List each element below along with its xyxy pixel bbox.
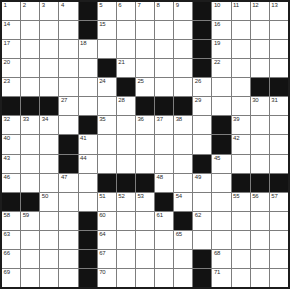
white-cell-r5c12[interactable] xyxy=(212,78,230,96)
clue-number-58: 58 xyxy=(4,212,10,219)
white-cell-r1c2[interactable]: 2 xyxy=(21,2,39,20)
black-cell-r6c1 xyxy=(2,97,20,115)
clue-number-61: 61 xyxy=(157,212,163,219)
white-cell-r11c12[interactable] xyxy=(212,193,230,211)
white-cell-r8c5[interactable]: 41 xyxy=(79,135,97,153)
clue-number-66: 66 xyxy=(4,250,10,257)
white-cell-r8c8[interactable] xyxy=(136,135,154,153)
white-cell-r15c13[interactable] xyxy=(232,269,250,287)
white-cell-r8c14[interactable] xyxy=(251,135,269,153)
clue-number-23: 23 xyxy=(4,78,10,85)
white-cell-r1c6[interactable]: 5 xyxy=(98,2,116,20)
white-cell-r13c12[interactable] xyxy=(212,231,230,249)
clue-number-42: 42 xyxy=(233,135,239,142)
white-cell-r5c2[interactable] xyxy=(21,78,39,96)
black-cell-r12c10 xyxy=(174,212,192,230)
white-cell-r7c13[interactable]: 39 xyxy=(232,116,250,134)
clue-number-11: 11 xyxy=(233,2,239,9)
clue-number-17: 17 xyxy=(4,40,10,47)
white-cell-r3c4[interactable] xyxy=(59,40,77,58)
clue-number-52: 52 xyxy=(118,193,124,200)
clue-number-2: 2 xyxy=(23,2,26,9)
white-cell-r15c10[interactable] xyxy=(174,269,192,287)
white-cell-r9c6[interactable] xyxy=(98,155,116,173)
white-cell-r3c9[interactable] xyxy=(155,40,173,58)
white-cell-r2c7[interactable] xyxy=(117,21,135,39)
white-cell-r1c9[interactable]: 8 xyxy=(155,2,173,20)
white-cell-r8c11[interactable] xyxy=(193,135,211,153)
white-cell-r2c14[interactable] xyxy=(251,21,269,39)
white-cell-r6c14[interactable]: 30 xyxy=(251,97,269,115)
clue-number-38: 38 xyxy=(176,116,182,123)
black-cell-r6c8 xyxy=(136,97,154,115)
white-cell-r13c13[interactable] xyxy=(232,231,250,249)
white-cell-r1c13[interactable]: 11 xyxy=(232,2,250,20)
white-cell-r8c9[interactable] xyxy=(155,135,173,153)
white-cell-r6c7[interactable]: 28 xyxy=(117,97,135,115)
white-cell-r9c2[interactable] xyxy=(21,155,39,173)
clue-number-1: 1 xyxy=(4,2,7,9)
white-cell-r3c7[interactable] xyxy=(117,40,135,58)
white-cell-r12c3[interactable] xyxy=(40,212,58,230)
clue-number-57: 57 xyxy=(271,193,277,200)
white-cell-r15c4[interactable] xyxy=(59,269,77,287)
white-cell-r12c9[interactable]: 61 xyxy=(155,212,173,230)
clue-number-45: 45 xyxy=(214,155,220,162)
white-cell-r1c8[interactable]: 7 xyxy=(136,2,154,20)
white-cell-r3c3[interactable] xyxy=(40,40,58,58)
clue-number-31: 31 xyxy=(271,97,277,104)
white-cell-r15c1[interactable]: 69 xyxy=(2,269,20,287)
clue-number-6: 6 xyxy=(118,2,121,9)
white-cell-r5c4[interactable] xyxy=(59,78,77,96)
clue-number-47: 47 xyxy=(61,174,67,181)
clue-number-37: 37 xyxy=(157,116,163,123)
white-cell-r5c9[interactable] xyxy=(155,78,173,96)
white-cell-r4c14[interactable] xyxy=(251,59,269,77)
black-cell-r14c11 xyxy=(193,250,211,268)
clue-number-9: 9 xyxy=(176,2,179,9)
clue-number-68: 68 xyxy=(214,250,220,257)
white-cell-r10c1[interactable]: 46 xyxy=(2,174,20,192)
white-cell-r9c3[interactable] xyxy=(40,155,58,173)
black-cell-r4c6 xyxy=(98,59,116,77)
white-cell-r4c7[interactable]: 21 xyxy=(117,59,135,77)
white-cell-r2c15[interactable] xyxy=(270,21,288,39)
clue-number-18: 18 xyxy=(80,40,86,47)
white-cell-r4c8[interactable] xyxy=(136,59,154,77)
white-cell-r12c8[interactable] xyxy=(136,212,154,230)
clue-number-16: 16 xyxy=(214,21,220,28)
white-cell-r14c12[interactable]: 68 xyxy=(212,250,230,268)
white-cell-r1c3[interactable]: 3 xyxy=(40,2,58,20)
clue-number-70: 70 xyxy=(99,269,105,276)
white-cell-r13c10[interactable]: 65 xyxy=(174,231,192,249)
black-cell-r14c5 xyxy=(79,250,97,268)
white-cell-r4c4[interactable] xyxy=(59,59,77,77)
white-cell-r1c14[interactable]: 12 xyxy=(251,2,269,20)
white-cell-r8c10[interactable] xyxy=(174,135,192,153)
black-cell-r2c5 xyxy=(79,21,97,39)
white-cell-r13c15[interactable] xyxy=(270,231,288,249)
clue-number-27: 27 xyxy=(61,97,67,104)
white-cell-r13c3[interactable] xyxy=(40,231,58,249)
clue-number-25: 25 xyxy=(137,78,143,85)
clue-number-64: 64 xyxy=(99,231,105,238)
white-cell-r9c14[interactable] xyxy=(251,155,269,173)
white-cell-r8c13[interactable]: 42 xyxy=(232,135,250,153)
white-cell-r5c8[interactable]: 25 xyxy=(136,78,154,96)
black-cell-r13c5 xyxy=(79,231,97,249)
white-cell-r8c2[interactable] xyxy=(21,135,39,153)
white-cell-r5c10[interactable] xyxy=(174,78,192,96)
clue-number-48: 48 xyxy=(157,174,163,181)
white-cell-r10c12[interactable] xyxy=(212,174,230,192)
white-cell-r14c3[interactable] xyxy=(40,250,58,268)
white-cell-r12c13[interactable] xyxy=(232,212,250,230)
white-cell-r9c10[interactable] xyxy=(174,155,192,173)
white-cell-r7c9[interactable]: 37 xyxy=(155,116,173,134)
white-cell-r10c2[interactable] xyxy=(21,174,39,192)
white-cell-r7c15[interactable] xyxy=(270,116,288,134)
black-cell-r8c12 xyxy=(212,135,230,153)
clue-number-56: 56 xyxy=(252,193,258,200)
white-cell-r1c4[interactable]: 4 xyxy=(59,2,77,20)
white-cell-r14c13[interactable] xyxy=(232,250,250,268)
white-cell-r11c13[interactable]: 55 xyxy=(232,193,250,211)
white-cell-r14c2[interactable] xyxy=(21,250,39,268)
white-cell-r15c9[interactable] xyxy=(155,269,173,287)
black-cell-r4c11 xyxy=(193,59,211,77)
white-cell-r5c13[interactable] xyxy=(232,78,250,96)
white-cell-r13c9[interactable] xyxy=(155,231,173,249)
clue-number-40: 40 xyxy=(4,135,10,142)
white-cell-r1c7[interactable]: 6 xyxy=(117,2,135,20)
white-cell-r9c12[interactable]: 45 xyxy=(212,155,230,173)
black-cell-r10c14 xyxy=(251,174,269,192)
white-cell-r6c5[interactable] xyxy=(79,97,97,115)
white-cell-r12c11[interactable]: 62 xyxy=(193,212,211,230)
white-cell-r4c9[interactable] xyxy=(155,59,173,77)
clue-number-36: 36 xyxy=(137,116,143,123)
clue-number-67: 67 xyxy=(99,250,105,257)
white-cell-r2c3[interactable] xyxy=(40,21,58,39)
white-cell-r7c14[interactable] xyxy=(251,116,269,134)
clue-number-41: 41 xyxy=(80,135,86,142)
white-cell-r13c2[interactable] xyxy=(21,231,39,249)
white-cell-r15c2[interactable] xyxy=(21,269,39,287)
white-cell-r8c6[interactable] xyxy=(98,135,116,153)
white-cell-r3c10[interactable] xyxy=(174,40,192,58)
white-cell-r9c7[interactable] xyxy=(117,155,135,173)
white-cell-r12c15[interactable] xyxy=(270,212,288,230)
white-cell-r1c10[interactable]: 9 xyxy=(174,2,192,20)
black-cell-r5c15 xyxy=(270,78,288,96)
white-cell-r6c13[interactable] xyxy=(232,97,250,115)
white-cell-r12c6[interactable]: 60 xyxy=(98,212,116,230)
black-cell-r9c11 xyxy=(193,155,211,173)
white-cell-r15c15[interactable] xyxy=(270,269,288,287)
white-cell-r5c6[interactable]: 24 xyxy=(98,78,116,96)
white-cell-r7c8[interactable]: 36 xyxy=(136,116,154,134)
clue-number-71: 71 xyxy=(214,269,220,276)
white-cell-r4c2[interactable] xyxy=(21,59,39,77)
clue-number-69: 69 xyxy=(4,269,10,276)
white-cell-r8c3[interactable] xyxy=(40,135,58,153)
clue-number-54: 54 xyxy=(176,193,182,200)
clue-number-65: 65 xyxy=(176,231,182,238)
white-cell-r3c2[interactable] xyxy=(21,40,39,58)
white-cell-r12c2[interactable]: 59 xyxy=(21,212,39,230)
white-cell-r15c12[interactable]: 71 xyxy=(212,269,230,287)
white-cell-r10c5[interactable] xyxy=(79,174,97,192)
white-cell-r7c7[interactable] xyxy=(117,116,135,134)
white-cell-r12c7[interactable] xyxy=(117,212,135,230)
clue-number-32: 32 xyxy=(4,116,10,123)
black-cell-r2c11 xyxy=(193,21,211,39)
white-cell-r7c4[interactable] xyxy=(59,116,77,134)
clue-number-59: 59 xyxy=(23,212,29,219)
clue-number-39: 39 xyxy=(233,116,239,123)
white-cell-r6c4[interactable]: 27 xyxy=(59,97,77,115)
white-cell-r13c8[interactable] xyxy=(136,231,154,249)
white-cell-r13c14[interactable] xyxy=(251,231,269,249)
black-cell-r6c9 xyxy=(155,97,173,115)
white-cell-r9c8[interactable] xyxy=(136,155,154,173)
black-cell-r12c5 xyxy=(79,212,97,230)
white-cell-r3c13[interactable] xyxy=(232,40,250,58)
clue-number-44: 44 xyxy=(80,155,86,162)
white-cell-r15c7[interactable] xyxy=(117,269,135,287)
white-cell-r7c6[interactable]: 35 xyxy=(98,116,116,134)
white-cell-r14c7[interactable] xyxy=(117,250,135,268)
white-cell-r4c12[interactable]: 22 xyxy=(212,59,230,77)
white-cell-r11c3[interactable]: 50 xyxy=(40,193,58,211)
white-cell-r8c15[interactable] xyxy=(270,135,288,153)
white-cell-r6c12[interactable] xyxy=(212,97,230,115)
white-cell-r14c1[interactable]: 66 xyxy=(2,250,20,268)
white-cell-r2c13[interactable] xyxy=(232,21,250,39)
black-cell-r15c11 xyxy=(193,269,211,287)
clue-number-63: 63 xyxy=(4,231,10,238)
white-cell-r9c9[interactable] xyxy=(155,155,173,173)
white-cell-r5c5[interactable] xyxy=(79,78,97,96)
black-cell-r10c15 xyxy=(270,174,288,192)
clue-number-22: 22 xyxy=(214,59,220,66)
white-cell-r7c11[interactable] xyxy=(193,116,211,134)
white-cell-r4c15[interactable] xyxy=(270,59,288,77)
white-cell-r2c12[interactable]: 16 xyxy=(212,21,230,39)
white-cell-r2c4[interactable] xyxy=(59,21,77,39)
clue-number-24: 24 xyxy=(99,78,105,85)
white-cell-r8c1[interactable]: 40 xyxy=(2,135,20,153)
white-cell-r7c1[interactable]: 32 xyxy=(2,116,20,134)
black-cell-r5c7 xyxy=(117,78,135,96)
white-cell-r11c10[interactable]: 54 xyxy=(174,193,192,211)
clue-number-43: 43 xyxy=(4,155,10,162)
white-cell-r4c13[interactable] xyxy=(232,59,250,77)
white-cell-r2c9[interactable] xyxy=(155,21,173,39)
white-cell-r13c6[interactable]: 64 xyxy=(98,231,116,249)
white-cell-r15c6[interactable]: 70 xyxy=(98,269,116,287)
white-cell-r13c11[interactable] xyxy=(193,231,211,249)
black-cell-r6c3 xyxy=(40,97,58,115)
crossword-grid: 1234567891011121314151617181920212223242… xyxy=(0,0,290,289)
clue-number-15: 15 xyxy=(99,21,105,28)
clue-number-33: 33 xyxy=(23,116,29,123)
clue-number-21: 21 xyxy=(118,59,124,66)
white-cell-r10c10[interactable] xyxy=(174,174,192,192)
white-cell-r3c5[interactable]: 18 xyxy=(79,40,97,58)
clue-number-30: 30 xyxy=(252,97,258,104)
clue-number-51: 51 xyxy=(99,193,105,200)
white-cell-r12c14[interactable] xyxy=(251,212,269,230)
clue-number-3: 3 xyxy=(42,2,45,9)
clue-number-62: 62 xyxy=(195,212,201,219)
black-cell-r7c12 xyxy=(212,116,230,134)
white-cell-r5c11[interactable]: 26 xyxy=(193,78,211,96)
black-cell-r8c4 xyxy=(59,135,77,153)
white-cell-r11c14[interactable]: 56 xyxy=(251,193,269,211)
white-cell-r3c1[interactable]: 17 xyxy=(2,40,20,58)
clue-number-49: 49 xyxy=(195,174,201,181)
black-cell-r3c11 xyxy=(193,40,211,58)
clue-number-46: 46 xyxy=(4,174,10,181)
black-cell-r11c9 xyxy=(155,193,173,211)
clue-number-12: 12 xyxy=(252,2,258,9)
white-cell-r4c10[interactable] xyxy=(174,59,192,77)
clue-number-35: 35 xyxy=(99,116,105,123)
clue-number-29: 29 xyxy=(195,97,201,104)
clue-number-10: 10 xyxy=(214,2,220,9)
white-cell-r4c3[interactable] xyxy=(40,59,58,77)
white-cell-r4c1[interactable]: 20 xyxy=(2,59,20,77)
white-cell-r9c15[interactable] xyxy=(270,155,288,173)
white-cell-r10c11[interactable]: 49 xyxy=(193,174,211,192)
clue-number-55: 55 xyxy=(233,193,239,200)
white-cell-r15c8[interactable] xyxy=(136,269,154,287)
clue-number-60: 60 xyxy=(99,212,105,219)
black-cell-r11c2 xyxy=(21,193,39,211)
white-cell-r11c6[interactable]: 51 xyxy=(98,193,116,211)
clue-number-19: 19 xyxy=(214,40,220,47)
white-cell-r12c12[interactable] xyxy=(212,212,230,230)
black-cell-r10c7 xyxy=(117,174,135,192)
black-cell-r5c14 xyxy=(251,78,269,96)
white-cell-r5c1[interactable]: 23 xyxy=(2,78,20,96)
white-cell-r13c7[interactable] xyxy=(117,231,135,249)
clue-number-20: 20 xyxy=(4,59,10,66)
white-cell-r15c14[interactable] xyxy=(251,269,269,287)
white-cell-r9c1[interactable]: 43 xyxy=(2,155,20,173)
black-cell-r11c1 xyxy=(2,193,20,211)
black-cell-r10c13 xyxy=(232,174,250,192)
clue-number-14: 14 xyxy=(4,21,10,28)
white-cell-r8c7[interactable] xyxy=(117,135,135,153)
clue-number-8: 8 xyxy=(157,2,160,9)
black-cell-r9c4 xyxy=(59,155,77,173)
clue-number-7: 7 xyxy=(137,2,140,9)
white-cell-r3c14[interactable] xyxy=(251,40,269,58)
black-cell-r1c5 xyxy=(79,2,97,20)
white-cell-r14c6[interactable]: 67 xyxy=(98,250,116,268)
white-cell-r9c13[interactable] xyxy=(232,155,250,173)
white-cell-r6c6[interactable] xyxy=(98,97,116,115)
black-cell-r1c11 xyxy=(193,2,211,20)
white-cell-r6c11[interactable]: 29 xyxy=(193,97,211,115)
black-cell-r6c10 xyxy=(174,97,192,115)
white-cell-r10c3[interactable] xyxy=(40,174,58,192)
white-cell-r2c6[interactable]: 15 xyxy=(98,21,116,39)
white-cell-r11c7[interactable]: 52 xyxy=(117,193,135,211)
white-cell-r6c15[interactable]: 31 xyxy=(270,97,288,115)
white-cell-r13c4[interactable] xyxy=(59,231,77,249)
white-cell-r11c8[interactable]: 53 xyxy=(136,193,154,211)
white-cell-r14c9[interactable] xyxy=(155,250,173,268)
white-cell-r4c5[interactable] xyxy=(79,59,97,77)
black-cell-r7c5 xyxy=(79,116,97,134)
clue-number-4: 4 xyxy=(61,2,64,9)
white-cell-r15c3[interactable] xyxy=(40,269,58,287)
white-cell-r11c5[interactable] xyxy=(79,193,97,211)
white-cell-r14c10[interactable] xyxy=(174,250,192,268)
white-cell-r14c15[interactable] xyxy=(270,250,288,268)
white-cell-r1c15[interactable]: 13 xyxy=(270,2,288,20)
clue-number-53: 53 xyxy=(137,193,143,200)
white-cell-r14c4[interactable] xyxy=(59,250,77,268)
white-cell-r2c10[interactable] xyxy=(174,21,192,39)
white-cell-r3c6[interactable] xyxy=(98,40,116,58)
white-cell-r2c2[interactable] xyxy=(21,21,39,39)
white-cell-r12c1[interactable]: 58 xyxy=(2,212,20,230)
white-cell-r14c8[interactable] xyxy=(136,250,154,268)
white-cell-r11c15[interactable]: 57 xyxy=(270,193,288,211)
white-cell-r3c15[interactable] xyxy=(270,40,288,58)
white-cell-r7c2[interactable]: 33 xyxy=(21,116,39,134)
black-cell-r10c8 xyxy=(136,174,154,192)
clue-number-28: 28 xyxy=(118,97,124,104)
black-cell-r15c5 xyxy=(79,269,97,287)
white-cell-r10c9[interactable]: 48 xyxy=(155,174,173,192)
white-cell-r14c14[interactable] xyxy=(251,250,269,268)
clue-number-50: 50 xyxy=(42,193,48,200)
white-cell-r1c12[interactable]: 10 xyxy=(212,2,230,20)
white-cell-r7c10[interactable]: 38 xyxy=(174,116,192,134)
white-cell-r10c4[interactable]: 47 xyxy=(59,174,77,192)
black-cell-r6c2 xyxy=(21,97,39,115)
white-cell-r5c3[interactable] xyxy=(40,78,58,96)
white-cell-r1c1[interactable]: 1 xyxy=(2,2,20,20)
clue-number-26: 26 xyxy=(195,78,201,85)
crossword-board: 1234567891011121314151617181920212223242… xyxy=(0,0,290,289)
white-cell-r12c4[interactable] xyxy=(59,212,77,230)
white-cell-r2c8[interactable] xyxy=(136,21,154,39)
clue-number-13: 13 xyxy=(271,2,277,9)
white-cell-r2c1[interactable]: 14 xyxy=(2,21,20,39)
white-cell-r11c4[interactable] xyxy=(59,193,77,211)
white-cell-r13c1[interactable]: 63 xyxy=(2,231,20,249)
white-cell-r9c5[interactable]: 44 xyxy=(79,155,97,173)
black-cell-r10c6 xyxy=(98,174,116,192)
white-cell-r7c3[interactable]: 34 xyxy=(40,116,58,134)
clue-number-5: 5 xyxy=(99,2,102,9)
white-cell-r3c12[interactable]: 19 xyxy=(212,40,230,58)
white-cell-r3c8[interactable] xyxy=(136,40,154,58)
white-cell-r11c11[interactable] xyxy=(193,193,211,211)
clue-number-34: 34 xyxy=(42,116,48,123)
